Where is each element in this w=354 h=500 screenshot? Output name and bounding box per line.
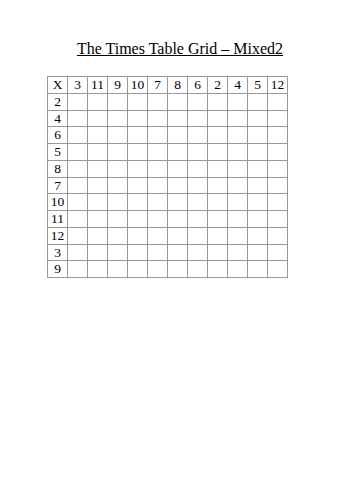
col-header-cell: 6	[188, 77, 208, 94]
answer-cell[interactable]	[188, 161, 208, 178]
answer-cell[interactable]	[188, 144, 208, 161]
answer-cell[interactable]	[188, 228, 208, 245]
answer-cell[interactable]	[88, 111, 108, 128]
answer-cell[interactable]	[108, 127, 128, 144]
answer-cell[interactable]	[148, 144, 168, 161]
answer-cell[interactable]	[68, 211, 88, 228]
answer-cell[interactable]	[228, 127, 248, 144]
answer-cell[interactable]	[148, 245, 168, 262]
answer-cell[interactable]	[108, 178, 128, 195]
row-header-cell: 2	[48, 94, 68, 111]
answer-cell[interactable]	[148, 211, 168, 228]
answer-cell[interactable]	[208, 111, 228, 128]
answer-cell[interactable]	[268, 161, 288, 178]
col-header-cell: 10	[128, 77, 148, 94]
answer-cell[interactable]	[68, 194, 88, 211]
answer-cell[interactable]	[248, 127, 268, 144]
answer-cell[interactable]	[248, 194, 268, 211]
answer-cell[interactable]	[168, 194, 188, 211]
answer-cell[interactable]	[228, 228, 248, 245]
answer-cell[interactable]	[188, 211, 208, 228]
answer-cell[interactable]	[108, 228, 128, 245]
answer-cell[interactable]	[208, 245, 228, 262]
row-header-cell: 4	[48, 111, 68, 128]
answer-cell[interactable]	[148, 94, 168, 111]
answer-cell[interactable]	[228, 94, 248, 111]
answer-cell[interactable]	[268, 178, 288, 195]
answer-cell[interactable]	[188, 194, 208, 211]
worksheet-title: The Times Table Grid – Mixed2	[40, 40, 320, 58]
answer-cell[interactable]	[88, 261, 108, 278]
answer-cell[interactable]	[248, 144, 268, 161]
answer-cell[interactable]	[188, 111, 208, 128]
answer-cell[interactable]	[248, 245, 268, 262]
answer-cell[interactable]	[228, 178, 248, 195]
answer-cell[interactable]	[88, 127, 108, 144]
answer-cell[interactable]	[268, 211, 288, 228]
answer-cell[interactable]	[168, 161, 188, 178]
answer-cell[interactable]	[68, 127, 88, 144]
answer-cell[interactable]	[188, 94, 208, 111]
answer-cell[interactable]	[168, 127, 188, 144]
row-header-cell: 7	[48, 178, 68, 195]
answer-cell[interactable]	[168, 261, 188, 278]
answer-cell[interactable]	[228, 194, 248, 211]
answer-cell[interactable]	[168, 228, 188, 245]
answer-cell[interactable]	[168, 245, 188, 262]
col-header-cell: 9	[108, 77, 128, 94]
answer-cell[interactable]	[68, 245, 88, 262]
answer-cell[interactable]	[208, 178, 228, 195]
row-header-cell: 12	[48, 228, 68, 245]
row-header-cell: 10	[48, 194, 68, 211]
answer-cell[interactable]	[188, 178, 208, 195]
answer-cell[interactable]	[248, 261, 268, 278]
answer-cell[interactable]	[128, 194, 148, 211]
answer-cell[interactable]	[128, 94, 148, 111]
col-header-cell: 8	[168, 77, 188, 94]
answer-cell[interactable]	[128, 178, 148, 195]
answer-cell[interactable]	[148, 161, 168, 178]
answer-cell[interactable]	[208, 144, 228, 161]
answer-cell[interactable]	[188, 245, 208, 262]
answer-cell[interactable]	[148, 194, 168, 211]
answer-cell[interactable]	[168, 94, 188, 111]
answer-cell[interactable]	[88, 211, 108, 228]
answer-cell[interactable]	[108, 161, 128, 178]
answer-cell[interactable]	[128, 245, 148, 262]
answer-cell[interactable]	[268, 245, 288, 262]
answer-cell[interactable]	[208, 127, 228, 144]
answer-cell[interactable]	[68, 228, 88, 245]
answer-cell[interactable]	[128, 228, 148, 245]
answer-cell[interactable]	[148, 111, 168, 128]
times-table-grid: X3119107862451224658710111239	[47, 76, 288, 278]
worksheet-page: The Times Table Grid – Mixed2 X311910786…	[0, 0, 354, 500]
answer-cell[interactable]	[228, 261, 248, 278]
answer-cell[interactable]	[248, 161, 268, 178]
answer-cell[interactable]	[128, 144, 148, 161]
row-header-cell: 5	[48, 144, 68, 161]
col-header-cell: 2	[208, 77, 228, 94]
answer-cell[interactable]	[268, 144, 288, 161]
answer-cell[interactable]	[88, 144, 108, 161]
col-header-cell: 3	[68, 77, 88, 94]
row-header-cell: 6	[48, 127, 68, 144]
answer-cell[interactable]	[88, 194, 108, 211]
answer-cell[interactable]	[228, 111, 248, 128]
answer-cell[interactable]	[268, 261, 288, 278]
answer-cell[interactable]	[108, 245, 128, 262]
answer-cell[interactable]	[88, 245, 108, 262]
answer-cell[interactable]	[108, 261, 128, 278]
answer-cell[interactable]	[268, 94, 288, 111]
row-header-cell: 8	[48, 161, 68, 178]
answer-cell[interactable]	[248, 211, 268, 228]
answer-cell[interactable]	[68, 94, 88, 111]
answer-cell[interactable]	[68, 111, 88, 128]
answer-cell[interactable]	[128, 127, 148, 144]
answer-cell[interactable]	[208, 261, 228, 278]
answer-cell[interactable]	[228, 211, 248, 228]
answer-cell[interactable]	[248, 178, 268, 195]
answer-cell[interactable]	[208, 94, 228, 111]
col-header-cell: 12	[268, 77, 288, 94]
answer-cell[interactable]	[68, 178, 88, 195]
answer-cell[interactable]	[208, 194, 228, 211]
answer-cell[interactable]	[188, 127, 208, 144]
col-header-cell: 4	[228, 77, 248, 94]
answer-cell[interactable]	[68, 144, 88, 161]
answer-cell[interactable]	[128, 261, 148, 278]
answer-cell[interactable]	[228, 144, 248, 161]
answer-cell[interactable]	[88, 94, 108, 111]
answer-cell[interactable]	[268, 194, 288, 211]
answer-cell[interactable]	[148, 127, 168, 144]
answer-cell[interactable]	[228, 245, 248, 262]
answer-cell[interactable]	[148, 228, 168, 245]
col-header-cell: 11	[88, 77, 108, 94]
answer-cell[interactable]	[128, 161, 148, 178]
answer-cell[interactable]	[108, 144, 128, 161]
answer-cell[interactable]	[248, 228, 268, 245]
col-header-cell: 7	[148, 77, 168, 94]
answer-cell[interactable]	[188, 261, 208, 278]
answer-cell[interactable]	[88, 178, 108, 195]
row-header-cell: 11	[48, 211, 68, 228]
answer-cell[interactable]	[168, 111, 188, 128]
answer-cell[interactable]	[148, 178, 168, 195]
answer-cell[interactable]	[108, 211, 128, 228]
row-header-cell: 9	[48, 261, 68, 278]
answer-cell[interactable]	[88, 161, 108, 178]
answer-cell[interactable]	[128, 111, 148, 128]
row-header-cell: 3	[48, 245, 68, 262]
answer-cell[interactable]	[208, 228, 228, 245]
answer-cell[interactable]	[88, 228, 108, 245]
answer-cell[interactable]	[168, 144, 188, 161]
answer-cell[interactable]	[208, 211, 228, 228]
answer-cell[interactable]	[108, 194, 128, 211]
answer-cell[interactable]	[248, 94, 268, 111]
answer-cell[interactable]	[108, 94, 128, 111]
answer-cell[interactable]	[148, 261, 168, 278]
answer-cell[interactable]	[168, 178, 188, 195]
answer-cell[interactable]	[268, 127, 288, 144]
answer-cell[interactable]	[208, 161, 228, 178]
answer-cell[interactable]	[108, 111, 128, 128]
answer-cell[interactable]	[68, 161, 88, 178]
answer-cell[interactable]	[268, 228, 288, 245]
answer-cell[interactable]	[268, 111, 288, 128]
answer-cell[interactable]	[168, 211, 188, 228]
answer-cell[interactable]	[68, 261, 88, 278]
answer-cell[interactable]	[248, 111, 268, 128]
answer-cell[interactable]	[128, 211, 148, 228]
corner-x-cell: X	[48, 77, 68, 94]
answer-cell[interactable]	[228, 161, 248, 178]
col-header-cell: 5	[248, 77, 268, 94]
